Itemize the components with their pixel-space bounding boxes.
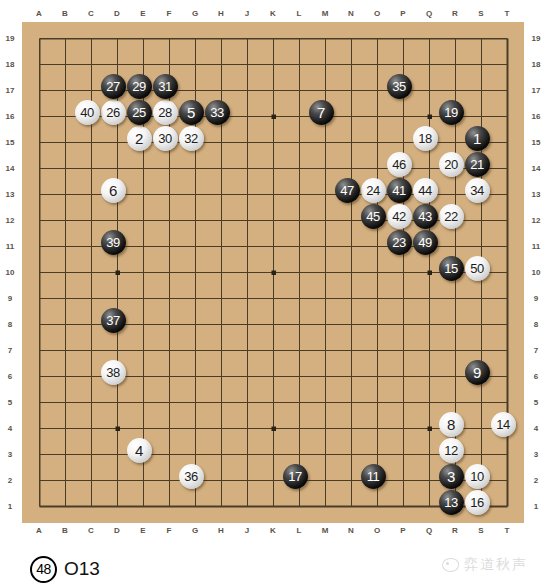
stone-move-number: 18 (418, 132, 431, 145)
stone-black-33-G17: 33 (205, 100, 230, 125)
stone-black-29-D18: 29 (127, 74, 152, 99)
stone-move-number: 46 (392, 158, 405, 171)
column-label: L (286, 525, 312, 537)
row-label: 11 (527, 233, 545, 259)
stone-move-number: 22 (444, 210, 457, 223)
column-label: O (364, 525, 390, 537)
stone-black-1-R16: 1 (465, 126, 490, 151)
column-label: N (338, 8, 364, 20)
stone-move-number: 13 (444, 496, 457, 509)
stone-black-31-E18: 31 (153, 74, 178, 99)
row-label: 10 (527, 259, 545, 285)
stone-move-number: 45 (366, 210, 379, 223)
column-label: F (156, 525, 182, 537)
stone-move-number: 49 (418, 236, 431, 249)
stone-black-25-D17: 25 (127, 100, 152, 125)
row-label: 1 (527, 493, 545, 519)
go-kifu-diagram: 1234567891011121314151617181920212223242… (0, 0, 550, 588)
stone-move-number: 29 (132, 80, 145, 93)
row-label: 13 (527, 181, 545, 207)
stone-white-44-P14: 44 (413, 178, 438, 203)
stone-move-number: 38 (106, 366, 119, 379)
move-number-circle: 48 (30, 556, 57, 583)
row-label: 8 (527, 311, 545, 337)
stone-white-12-Q4: 12 (439, 438, 464, 463)
stone-white-22-Q13: 22 (439, 204, 464, 229)
row-label: 10 (1, 259, 19, 285)
row-label: 19 (1, 25, 19, 51)
row-label: 3 (527, 441, 545, 467)
column-label: C (78, 525, 104, 537)
watermark-text: 弈道秋声 (464, 556, 528, 574)
column-label: B (52, 8, 78, 20)
column-label: P (390, 525, 416, 537)
stone-move-number: 35 (392, 80, 405, 93)
stone-black-9-R7: 9 (465, 360, 490, 385)
column-labels-bottom: ABCDEFGHJKLMNOPQRST (26, 525, 520, 537)
stone-move-number: 47 (340, 184, 353, 197)
stone-white-28-E17: 28 (153, 100, 178, 125)
row-label: 6 (527, 363, 545, 389)
column-label: J (234, 525, 260, 537)
stone-move-number: 11 (367, 470, 380, 483)
row-label: 18 (1, 51, 19, 77)
stone-white-36-F3: 36 (179, 464, 204, 489)
stone-move-number: 15 (444, 262, 457, 275)
row-label: 17 (527, 77, 545, 103)
stone-white-14-S5: 14 (491, 412, 516, 437)
stone-move-number: 42 (392, 210, 405, 223)
stone-white-40-B17: 40 (75, 100, 100, 125)
column-label: A (26, 8, 52, 20)
row-label: 7 (1, 337, 19, 363)
go-board: 1234567891011121314151617181920212223242… (22, 22, 524, 523)
row-label: 19 (527, 25, 545, 51)
row-label: 16 (1, 103, 19, 129)
stone-white-34-R14: 34 (465, 178, 490, 203)
column-label: K (260, 525, 286, 537)
column-label: S (468, 525, 494, 537)
row-label: 4 (1, 415, 19, 441)
stone-move-number: 23 (392, 236, 405, 249)
row-label: 4 (527, 415, 545, 441)
column-label: Q (416, 525, 442, 537)
stone-move-number: 28 (158, 106, 171, 119)
column-label: C (78, 8, 104, 20)
stone-black-3-Q3: 3 (439, 464, 464, 489)
stone-white-20-Q15: 20 (439, 152, 464, 177)
row-label: 11 (1, 233, 19, 259)
row-label: 6 (1, 363, 19, 389)
row-label: 9 (1, 285, 19, 311)
row-label: 8 (1, 311, 19, 337)
stone-move-number: 9 (473, 365, 481, 380)
stone-move-number: 8 (447, 417, 455, 432)
watermark: 弈道秋声 (442, 553, 528, 577)
row-label: 3 (1, 441, 19, 467)
row-label: 7 (527, 337, 545, 363)
stone-move-number: 7 (317, 105, 325, 120)
stone-move-number: 41 (392, 184, 405, 197)
stone-black-19-Q17: 19 (439, 100, 464, 125)
stone-move-number: 2 (135, 131, 143, 146)
stone-white-6-C14: 6 (101, 178, 126, 203)
column-label: L (286, 8, 312, 20)
stone-move-number: 10 (470, 470, 483, 483)
column-label: T (494, 525, 520, 537)
stone-move-number: 37 (106, 314, 119, 327)
stone-grid: 1234567891011121314151617181920212223242… (48, 47, 542, 541)
stone-move-number: 17 (288, 470, 301, 483)
row-label: 1 (1, 493, 19, 519)
column-label: R (442, 525, 468, 537)
column-label: D (104, 525, 130, 537)
move-coordinate: O13 (64, 558, 100, 580)
stone-move-number: 3 (447, 469, 455, 484)
row-label: 15 (1, 129, 19, 155)
stone-white-50-R11: 50 (465, 256, 490, 281)
row-label: 12 (1, 207, 19, 233)
row-label: 17 (1, 77, 19, 103)
stone-black-45-N13: 45 (361, 204, 386, 229)
stone-black-13-Q2: 13 (439, 490, 464, 515)
row-label: 9 (527, 285, 545, 311)
stone-white-8-Q5: 8 (439, 412, 464, 437)
column-label: K (260, 8, 286, 20)
stone-black-27-C18: 27 (101, 74, 126, 99)
stone-move-number: 30 (158, 132, 171, 145)
row-label: 12 (527, 207, 545, 233)
row-label: 14 (1, 155, 19, 181)
stone-white-16-R2: 16 (465, 490, 490, 515)
stone-white-10-R3: 10 (465, 464, 490, 489)
watermark-logo-icon (442, 558, 459, 572)
stone-white-26-C17: 26 (101, 100, 126, 125)
row-label: 13 (1, 181, 19, 207)
stone-white-38-C7: 38 (101, 360, 126, 385)
stone-black-37-C9: 37 (101, 308, 126, 333)
stone-white-46-O15: 46 (387, 152, 412, 177)
stone-move-number: 25 (132, 106, 145, 119)
stone-move-number: 33 (210, 106, 223, 119)
column-label: S (468, 8, 494, 20)
stone-black-17-K3: 17 (283, 464, 308, 489)
row-label: 5 (527, 389, 545, 415)
column-label: Q (416, 8, 442, 20)
stone-black-47-M14: 47 (335, 178, 360, 203)
stone-black-21-R15: 21 (465, 152, 490, 177)
row-label: 5 (1, 389, 19, 415)
stone-black-39-C12: 39 (101, 230, 126, 255)
column-label: A (26, 525, 52, 537)
stone-move-number: 1 (473, 131, 481, 146)
stone-move-number: 12 (444, 444, 457, 457)
column-label: D (104, 8, 130, 20)
column-label: R (442, 8, 468, 20)
stone-black-7-L17: 7 (309, 100, 334, 125)
stone-move-number: 16 (470, 496, 483, 509)
stone-move-number: 5 (187, 105, 195, 120)
stone-black-15-Q11: 15 (439, 256, 464, 281)
row-label: 18 (527, 51, 545, 77)
column-label: M (312, 8, 338, 20)
stone-move-number: 44 (418, 184, 431, 197)
stone-move-number: 14 (496, 418, 509, 431)
stone-move-number: 50 (470, 262, 483, 275)
row-label: 2 (527, 467, 545, 493)
column-label: O (364, 8, 390, 20)
stone-black-5-F17: 5 (179, 100, 204, 125)
column-label: T (494, 8, 520, 20)
stone-white-18-P16: 18 (413, 126, 438, 151)
stone-move-number: 20 (444, 158, 457, 171)
column-labels-top: ABCDEFGHJKLMNOPQRST (26, 8, 520, 20)
stone-white-24-N14: 24 (361, 178, 386, 203)
stone-move-number: 36 (184, 470, 197, 483)
stone-move-number: 31 (158, 80, 171, 93)
column-label: H (208, 8, 234, 20)
stone-black-41-O14: 41 (387, 178, 412, 203)
row-labels-left: 19181716151413121110987654321 (1, 25, 19, 519)
column-label: P (390, 8, 416, 20)
row-label: 16 (527, 103, 545, 129)
stone-white-4-D4: 4 (127, 438, 152, 463)
last-move-caption: 48 O13 (30, 554, 100, 584)
stone-black-43-P13: 43 (413, 204, 438, 229)
stone-white-32-F16: 32 (179, 126, 204, 151)
stone-white-2-D16: 2 (127, 126, 152, 151)
row-label: 15 (527, 129, 545, 155)
stone-black-35-O18: 35 (387, 74, 412, 99)
column-label: N (338, 525, 364, 537)
stone-move-number: 34 (470, 184, 483, 197)
stone-move-number: 19 (444, 106, 457, 119)
column-label: E (130, 525, 156, 537)
stone-move-number: 6 (109, 183, 117, 198)
column-label: G (182, 8, 208, 20)
stone-black-23-O12: 23 (387, 230, 412, 255)
column-label: B (52, 525, 78, 537)
stone-move-number: 43 (418, 210, 431, 223)
stone-move-number: 40 (80, 106, 93, 119)
column-label: H (208, 525, 234, 537)
stone-move-number: 26 (106, 106, 119, 119)
stone-white-30-E16: 30 (153, 126, 178, 151)
stone-move-number: 21 (470, 158, 483, 171)
stone-black-49-P12: 49 (413, 230, 438, 255)
row-label: 2 (1, 467, 19, 493)
stone-move-number: 32 (184, 132, 197, 145)
column-label: G (182, 525, 208, 537)
stone-move-number: 39 (106, 236, 119, 249)
stone-white-42-O13: 42 (387, 204, 412, 229)
row-labels-right: 19181716151413121110987654321 (527, 25, 545, 519)
stone-move-number: 27 (106, 80, 119, 93)
stone-black-11-N3: 11 (361, 464, 386, 489)
column-label: F (156, 8, 182, 20)
stone-move-number: 24 (366, 184, 379, 197)
column-label: E (130, 8, 156, 20)
column-label: J (234, 8, 260, 20)
column-label: M (312, 525, 338, 537)
stone-move-number: 4 (135, 443, 143, 458)
row-label: 14 (527, 155, 545, 181)
